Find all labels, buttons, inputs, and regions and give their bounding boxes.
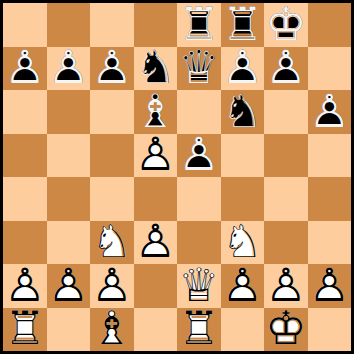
square-d3[interactable]: ♟♙ [134, 221, 178, 265]
square-d6[interactable]: ♝♗ [134, 90, 178, 134]
square-g6[interactable] [264, 90, 308, 134]
square-c5[interactable] [90, 134, 134, 178]
square-e8[interactable]: ♜♖ [177, 3, 221, 47]
square-b2[interactable]: ♟♙ [47, 264, 91, 308]
black-queen-glyph-outline: ♕ [177, 47, 221, 90]
black-pawn-glyph-outline: ♙ [264, 47, 308, 90]
piece-black-pawn[interactable]: ♟♙ [90, 47, 134, 91]
square-h4[interactable] [308, 177, 352, 221]
square-e7[interactable]: ♛♕ [177, 47, 221, 91]
square-b5[interactable] [47, 134, 91, 178]
square-f1[interactable] [221, 308, 265, 352]
piece-black-king[interactable]: ♚♔ [264, 3, 308, 47]
square-d1[interactable] [134, 308, 178, 352]
square-a3[interactable] [3, 221, 47, 265]
square-c6[interactable] [90, 90, 134, 134]
square-d4[interactable] [134, 177, 178, 221]
piece-black-pawn[interactable]: ♟♙ [3, 47, 47, 91]
white-pawn-glyph-outline: ♙ [3, 264, 47, 307]
piece-black-rook[interactable]: ♜♖ [221, 3, 265, 47]
square-h6[interactable]: ♟♙ [308, 90, 352, 134]
page-background: ♜♖♜♖♚♔♟♙♟♙♟♙♞♘♛♕♟♙♟♙♝♗♞♘♟♙♟♙♟♙♞♘♟♙♞♘♟♙♟♙… [0, 0, 354, 354]
square-h3[interactable] [308, 221, 352, 265]
square-a1[interactable]: ♜♖ [3, 308, 47, 352]
square-e2[interactable]: ♛♕ [177, 264, 221, 308]
piece-black-knight[interactable]: ♞♘ [221, 90, 265, 134]
black-king-glyph-outline: ♔ [264, 3, 308, 46]
square-b1[interactable] [47, 308, 91, 352]
square-h8[interactable] [308, 3, 352, 47]
piece-white-knight[interactable]: ♞♘ [90, 221, 134, 265]
black-pawn-glyph-outline: ♙ [177, 134, 221, 177]
square-h2[interactable]: ♟♙ [308, 264, 352, 308]
square-c7[interactable]: ♟♙ [90, 47, 134, 91]
square-d5[interactable]: ♟♙ [134, 134, 178, 178]
black-bishop-glyph-outline: ♗ [134, 90, 178, 133]
square-d2[interactable] [134, 264, 178, 308]
square-g8[interactable]: ♚♔ [264, 3, 308, 47]
square-f7[interactable]: ♟♙ [221, 47, 265, 91]
white-queen-glyph-outline: ♕ [177, 264, 221, 307]
square-h1[interactable] [308, 308, 352, 352]
square-g7[interactable]: ♟♙ [264, 47, 308, 91]
square-g2[interactable]: ♟♙ [264, 264, 308, 308]
square-b8[interactable] [47, 3, 91, 47]
square-b6[interactable] [47, 90, 91, 134]
square-a5[interactable] [3, 134, 47, 178]
square-a8[interactable] [3, 3, 47, 47]
white-pawn-glyph-outline: ♙ [308, 264, 352, 307]
square-f8[interactable]: ♜♖ [221, 3, 265, 47]
piece-white-pawn[interactable]: ♟♙ [47, 264, 91, 308]
square-f5[interactable] [221, 134, 265, 178]
square-f4[interactable] [221, 177, 265, 221]
white-pawn-glyph-outline: ♙ [134, 134, 178, 177]
white-knight-glyph-outline: ♘ [90, 221, 134, 264]
square-c3[interactable]: ♞♘ [90, 221, 134, 265]
square-a4[interactable] [3, 177, 47, 221]
white-king-glyph-outline: ♔ [264, 308, 308, 351]
square-c4[interactable] [90, 177, 134, 221]
square-h7[interactable] [308, 47, 352, 91]
black-pawn-glyph-outline: ♙ [3, 47, 47, 90]
square-e1[interactable]: ♜♖ [177, 308, 221, 352]
black-rook-glyph-outline: ♖ [221, 3, 265, 46]
piece-white-knight[interactable]: ♞♘ [221, 221, 265, 265]
white-pawn-glyph-outline: ♙ [134, 221, 178, 264]
square-e3[interactable] [177, 221, 221, 265]
piece-white-queen[interactable]: ♛♕ [177, 264, 221, 308]
piece-white-rook[interactable]: ♜♖ [3, 308, 47, 352]
black-pawn-glyph-outline: ♙ [221, 47, 265, 90]
square-f3[interactable]: ♞♘ [221, 221, 265, 265]
piece-white-pawn[interactable]: ♟♙ [264, 264, 308, 308]
square-g3[interactable] [264, 221, 308, 265]
chess-board: ♜♖♜♖♚♔♟♙♟♙♟♙♞♘♛♕♟♙♟♙♝♗♞♘♟♙♟♙♟♙♞♘♟♙♞♘♟♙♟♙… [3, 3, 351, 351]
piece-black-bishop[interactable]: ♝♗ [134, 90, 178, 134]
piece-black-queen[interactable]: ♛♕ [177, 47, 221, 91]
piece-white-pawn[interactable]: ♟♙ [90, 264, 134, 308]
square-e4[interactable] [177, 177, 221, 221]
piece-white-pawn[interactable]: ♟♙ [134, 134, 178, 178]
board-frame: ♜♖♜♖♚♔♟♙♟♙♟♙♞♘♛♕♟♙♟♙♝♗♞♘♟♙♟♙♟♙♞♘♟♙♞♘♟♙♟♙… [0, 0, 354, 354]
white-rook-glyph-outline: ♖ [3, 308, 47, 351]
square-f6[interactable]: ♞♘ [221, 90, 265, 134]
square-c8[interactable] [90, 3, 134, 47]
black-knight-glyph-outline: ♘ [134, 47, 178, 90]
black-pawn-glyph-outline: ♙ [47, 47, 91, 90]
piece-white-pawn[interactable]: ♟♙ [308, 264, 352, 308]
white-pawn-glyph-outline: ♙ [47, 264, 91, 307]
piece-black-pawn[interactable]: ♟♙ [221, 47, 265, 91]
piece-white-pawn[interactable]: ♟♙ [3, 264, 47, 308]
black-knight-glyph-outline: ♘ [221, 90, 265, 133]
piece-black-pawn[interactable]: ♟♙ [308, 90, 352, 134]
white-bishop-glyph-outline: ♗ [90, 308, 134, 351]
white-knight-glyph-outline: ♘ [221, 221, 265, 264]
square-a6[interactable] [3, 90, 47, 134]
square-b3[interactable] [47, 221, 91, 265]
white-pawn-glyph-outline: ♙ [264, 264, 308, 307]
piece-black-rook[interactable]: ♜♖ [177, 3, 221, 47]
black-rook-glyph-outline: ♖ [177, 3, 221, 46]
piece-white-pawn[interactable]: ♟♙ [134, 221, 178, 265]
square-b7[interactable]: ♟♙ [47, 47, 91, 91]
piece-black-pawn[interactable]: ♟♙ [47, 47, 91, 91]
piece-white-rook[interactable]: ♜♖ [177, 308, 221, 352]
square-e6[interactable] [177, 90, 221, 134]
black-pawn-glyph-outline: ♙ [90, 47, 134, 90]
white-rook-glyph-outline: ♖ [177, 308, 221, 351]
white-pawn-glyph-outline: ♙ [221, 264, 265, 307]
square-g5[interactable] [264, 134, 308, 178]
square-a2[interactable]: ♟♙ [3, 264, 47, 308]
square-c1[interactable]: ♝♗ [90, 308, 134, 352]
piece-white-pawn[interactable]: ♟♙ [221, 264, 265, 308]
square-f2[interactable]: ♟♙ [221, 264, 265, 308]
square-b4[interactable] [47, 177, 91, 221]
piece-black-pawn[interactable]: ♟♙ [177, 134, 221, 178]
white-pawn-glyph-outline: ♙ [90, 264, 134, 307]
piece-white-bishop[interactable]: ♝♗ [90, 308, 134, 352]
piece-black-knight[interactable]: ♞♘ [134, 47, 178, 91]
square-a7[interactable]: ♟♙ [3, 47, 47, 91]
square-g4[interactable] [264, 177, 308, 221]
square-h5[interactable] [308, 134, 352, 178]
piece-white-king[interactable]: ♚♔ [264, 308, 308, 352]
square-e5[interactable]: ♟♙ [177, 134, 221, 178]
piece-black-pawn[interactable]: ♟♙ [264, 47, 308, 91]
square-g1[interactable]: ♚♔ [264, 308, 308, 352]
square-d7[interactable]: ♞♘ [134, 47, 178, 91]
square-d8[interactable] [134, 3, 178, 47]
black-pawn-glyph-outline: ♙ [308, 90, 352, 133]
square-c2[interactable]: ♟♙ [90, 264, 134, 308]
